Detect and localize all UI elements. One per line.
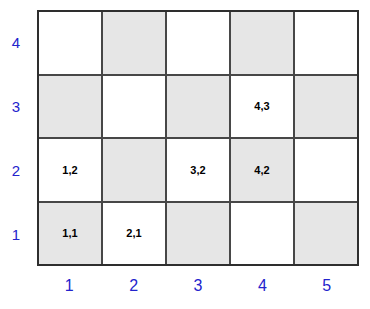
grid-cell [295,12,357,74]
grid-cell [231,12,293,74]
grid-cell [167,203,229,265]
grid-cell [103,12,165,74]
grid-cell: 1,1 [39,203,101,265]
row-label: 3 [0,74,32,138]
grid-cell [231,203,293,265]
grid-cell [39,76,101,138]
grid-cell: 3,2 [167,139,229,201]
row-label: 2 [0,138,32,202]
grid-cell: 4,2 [231,139,293,201]
grid-cell [295,203,357,265]
cell-coordinate-label: 2,1 [126,227,141,239]
column-label: 5 [295,270,359,302]
cell-coordinate-label: 3,2 [190,164,205,176]
grid-cell [103,76,165,138]
grid-cell [295,76,357,138]
grid-cell [39,12,101,74]
grid-cell: 4,3 [231,76,293,138]
grid-cell: 2,1 [103,203,165,265]
grid-cell [103,139,165,201]
grid-board: 4,31,23,24,21,12,1 [37,10,359,266]
column-label: 3 [166,270,230,302]
row-axis-labels: 4321 [0,10,32,266]
column-label: 1 [37,270,101,302]
cell-coordinate-label: 4,3 [254,100,269,112]
cell-coordinate-label: 1,1 [62,227,77,239]
grid-cell [167,12,229,74]
grid-cell [295,139,357,201]
column-label: 2 [101,270,165,302]
column-label: 4 [230,270,294,302]
grid-cell: 1,2 [39,139,101,201]
grid-cell [167,76,229,138]
row-label: 1 [0,202,32,266]
column-axis-labels: 12345 [37,270,359,302]
cell-coordinate-label: 4,2 [254,164,269,176]
row-label: 4 [0,10,32,74]
cell-coordinate-label: 1,2 [62,164,77,176]
coordinate-grid-diagram: 4321 4,31,23,24,21,12,1 12345 [0,0,370,309]
